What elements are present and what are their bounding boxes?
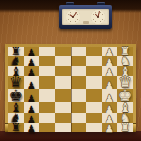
square[interactable]: ♟ bbox=[102, 102, 118, 113]
square[interactable] bbox=[39, 123, 55, 132]
square[interactable]: ♟ bbox=[102, 76, 118, 89]
square[interactable] bbox=[39, 47, 55, 56]
chess-board: ♜♟♟♜♞♟♟♞♝♟♟♝♛♟♟♛♚♟♟♚♝♟♟♝♞♟♟♞♜♟♟♜ bbox=[5, 44, 136, 132]
square[interactable] bbox=[39, 113, 55, 123]
clock-right-center-pin bbox=[97, 16, 99, 18]
clock-case bbox=[59, 5, 112, 29]
square[interactable]: ♟ bbox=[24, 56, 40, 66]
square[interactable] bbox=[55, 56, 71, 66]
square[interactable]: ♟ bbox=[24, 66, 40, 77]
square[interactable] bbox=[86, 66, 102, 77]
square[interactable] bbox=[39, 102, 55, 113]
clock-dial-left bbox=[66, 10, 80, 24]
square[interactable]: ♟ bbox=[102, 47, 118, 56]
clock-brand-mark bbox=[83, 21, 89, 24]
chess-clock bbox=[59, 2, 112, 29]
square[interactable] bbox=[86, 123, 102, 132]
square[interactable]: ♜ bbox=[8, 123, 24, 132]
square[interactable] bbox=[71, 56, 87, 66]
square[interactable]: ♟ bbox=[24, 102, 40, 113]
square[interactable] bbox=[39, 66, 55, 77]
scene: ♜♟♟♜♞♟♟♞♝♟♟♝♛♟♟♛♚♟♟♚♝♟♟♝♞♟♟♞♜♟♟♜ bbox=[0, 0, 141, 141]
black-pawn[interactable]: ♟ bbox=[27, 124, 36, 133]
square[interactable] bbox=[39, 76, 55, 89]
clock-face-panel bbox=[62, 9, 109, 25]
square[interactable] bbox=[71, 123, 87, 132]
square[interactable]: ♟ bbox=[102, 66, 118, 77]
square[interactable] bbox=[86, 89, 102, 102]
square[interactable] bbox=[39, 56, 55, 66]
square[interactable] bbox=[55, 113, 71, 123]
white-pawn[interactable]: ♟ bbox=[105, 124, 114, 133]
square[interactable]: ♟ bbox=[102, 113, 118, 123]
square[interactable]: ♜ bbox=[117, 123, 133, 132]
clock-left-center-pin bbox=[72, 16, 74, 18]
square[interactable] bbox=[55, 102, 71, 113]
square[interactable] bbox=[55, 76, 71, 89]
square[interactable]: ♟ bbox=[24, 89, 40, 102]
board-fold-seam bbox=[71, 47, 72, 132]
square[interactable] bbox=[39, 89, 55, 102]
square[interactable]: ♟ bbox=[102, 56, 118, 66]
square[interactable] bbox=[71, 89, 87, 102]
square[interactable] bbox=[86, 56, 102, 66]
square[interactable] bbox=[55, 89, 71, 102]
square[interactable] bbox=[86, 47, 102, 56]
square[interactable]: ♟ bbox=[24, 76, 40, 89]
square[interactable]: ♟ bbox=[24, 113, 40, 123]
square[interactable] bbox=[55, 123, 71, 132]
square[interactable] bbox=[86, 102, 102, 113]
square[interactable]: ♟ bbox=[24, 123, 40, 132]
square[interactable] bbox=[55, 66, 71, 77]
square[interactable] bbox=[71, 47, 87, 56]
square[interactable]: ♟ bbox=[102, 89, 118, 102]
square[interactable]: ♟ bbox=[102, 123, 118, 132]
square[interactable] bbox=[71, 102, 87, 113]
black-rook[interactable]: ♜ bbox=[11, 123, 21, 133]
square[interactable] bbox=[55, 47, 71, 56]
square[interactable] bbox=[86, 113, 102, 123]
white-rook[interactable]: ♜ bbox=[120, 123, 130, 133]
square[interactable] bbox=[71, 76, 87, 89]
square[interactable] bbox=[71, 66, 87, 77]
square[interactable] bbox=[86, 76, 102, 89]
clock-dial-right bbox=[91, 10, 105, 24]
square[interactable]: ♟ bbox=[24, 47, 40, 56]
square[interactable] bbox=[71, 113, 87, 123]
